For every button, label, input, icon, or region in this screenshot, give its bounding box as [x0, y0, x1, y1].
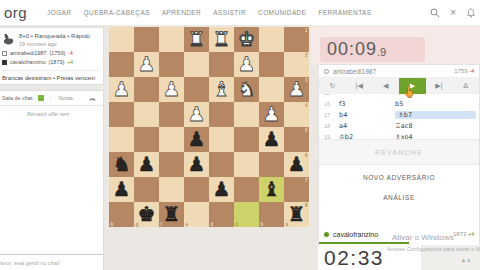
- square-f5[interactable]: [159, 127, 184, 152]
- time-control: 8+0 • Ranqueada • Rápido: [19, 33, 90, 39]
- new-opponent-button[interactable]: NOVO ADVERSÁRIO: [319, 174, 479, 181]
- rating-delta: -4: [68, 50, 72, 56]
- square-h1[interactable]: [109, 27, 134, 52]
- analysis-button[interactable]: ANÁLISE: [319, 194, 479, 201]
- square-a1[interactable]: 1: [284, 27, 309, 52]
- black-p-piece: ♟: [113, 177, 131, 202]
- move-list: 1516f3b517b4♗b718a4♖ac819♔b2♗xe4: [319, 94, 479, 139]
- top-player-delta: -4: [470, 68, 474, 74]
- black-p-piece: ♟: [188, 127, 206, 152]
- square-g6[interactable]: ♟: [134, 152, 159, 177]
- rank-label: 7: [305, 178, 308, 183]
- rank-label: 4: [305, 103, 308, 108]
- site-logo[interactable]: org: [4, 4, 27, 21]
- square-e1[interactable]: ♜: [184, 27, 209, 52]
- rank-label: 5: [305, 128, 308, 133]
- square-a8[interactable]: ♜8a: [284, 202, 309, 227]
- black-p-piece: ♟: [263, 127, 281, 152]
- move-row-18: 18a4♖ac8: [319, 120, 479, 131]
- square-e6[interactable]: ♟: [184, 152, 209, 177]
- chat-placeholder: Por favor, seja gentil no chat!: [0, 255, 103, 266]
- white-p-piece: ♟: [238, 52, 256, 77]
- square-g7[interactable]: [134, 177, 159, 202]
- black-p-piece: ♟: [138, 152, 156, 177]
- nav-item-3[interactable]: ASSISTIR: [213, 9, 246, 16]
- square-b3[interactable]: [259, 77, 284, 102]
- square-b7[interactable]: ♝: [259, 177, 284, 202]
- windows-watermark-line2: Acesse Configurações para ativar o Windo…: [387, 246, 480, 252]
- square-f2[interactable]: [159, 52, 184, 77]
- online-dot-icon: [324, 232, 329, 237]
- square-d5[interactable]: [209, 127, 234, 152]
- black-b-piece: ♝: [263, 177, 281, 202]
- square-f1[interactable]: [159, 27, 184, 52]
- nav-item-5[interactable]: FERRAMENTAS: [318, 9, 371, 16]
- white-p-piece: ♟: [163, 77, 181, 102]
- top-player-row[interactable]: amirabedi1987 1759 -4: [319, 65, 479, 78]
- game-result-text: Brancas desistiram • Pretas vencem: [2, 70, 100, 81]
- square-f7[interactable]: [159, 177, 184, 202]
- nav-item-4[interactable]: COMUNIDADE: [258, 9, 306, 16]
- square-c2[interactable]: ♟: [234, 52, 259, 77]
- black-p-piece: ♟: [288, 152, 306, 177]
- white-clock: 00:09 .9: [320, 37, 425, 62]
- square-c6[interactable]: [234, 152, 259, 177]
- square-d6[interactable]: [209, 152, 234, 177]
- cycle-icon[interactable]: ↻: [319, 78, 346, 94]
- rematch-button[interactable]: REVANCHE: [319, 139, 479, 165]
- white-circle-icon: [324, 69, 329, 74]
- square-f4[interactable]: [159, 102, 184, 127]
- square-c5[interactable]: [234, 127, 259, 152]
- tab-notes[interactable]: Notas: [50, 95, 81, 101]
- white-move[interactable]: f3: [339, 100, 395, 108]
- analysis-icon[interactable]: Δ: [452, 78, 479, 94]
- prev-move-icon[interactable]: ◀: [372, 78, 399, 94]
- white-p-piece: ♟: [188, 102, 206, 127]
- white-b-piece: ♝: [213, 77, 231, 102]
- square-a6[interactable]: ♟6: [284, 152, 309, 177]
- chat-tabs: Sala de chat Notas: [0, 91, 103, 106]
- file-label: g: [136, 222, 139, 227]
- square-h5[interactable]: [109, 127, 134, 152]
- square-d3[interactable]: ♝: [209, 77, 234, 102]
- square-g5[interactable]: [134, 127, 159, 152]
- nav-item-2[interactable]: APRENDER: [162, 9, 201, 16]
- square-e5[interactable]: ♟: [184, 127, 209, 152]
- white-move[interactable]: b4: [339, 111, 395, 119]
- file-label: b: [261, 222, 264, 227]
- move-number: 17: [319, 112, 339, 118]
- game-age: 19 minutes ago: [19, 41, 90, 47]
- square-c3[interactable]: ♞: [234, 77, 259, 102]
- white-color-icon: [2, 51, 7, 56]
- white-r-piece: ♜: [213, 27, 231, 52]
- square-e7[interactable]: [184, 177, 209, 202]
- square-c4[interactable]: [234, 102, 259, 127]
- square-h7[interactable]: ♟: [109, 177, 134, 202]
- black-move[interactable]: ♗b7: [395, 111, 476, 119]
- square-e2[interactable]: [184, 52, 209, 77]
- rank-label: 6: [305, 153, 308, 158]
- square-d2[interactable]: [209, 52, 234, 77]
- black-move[interactable]: ♖ac8: [395, 122, 473, 130]
- square-b5[interactable]: ♟: [259, 127, 284, 152]
- black-p-piece: ♟: [213, 177, 231, 202]
- square-c8[interactable]: c: [234, 202, 259, 227]
- close-icon[interactable]: ×: [450, 8, 456, 18]
- square-c7[interactable]: [234, 177, 259, 202]
- square-b6[interactable]: [259, 152, 284, 177]
- move-number: 19: [319, 134, 339, 140]
- square-h2[interactable]: [109, 52, 134, 77]
- chess-board: ♜♜♚1♟♟2♟♟♝♞♟3♟♟4♟♟5♞♟♟♟6♟♟♝7h♚g♜fedcb♜8a: [109, 27, 309, 227]
- nav-item-1[interactable]: QUEBRA-CABEÇAS: [84, 9, 150, 16]
- move-row-17: 17b4♗b7: [319, 109, 479, 120]
- move-number: 18: [319, 123, 339, 129]
- rapid-rabbit-icon: [2, 33, 15, 46]
- white-k-piece: ♚: [238, 27, 256, 52]
- white-n-piece: ♞: [238, 77, 256, 102]
- square-a2[interactable]: 2: [284, 52, 309, 77]
- white-player-line[interactable]: amirabedi1987 (1759) -4: [2, 50, 100, 56]
- game-panel: amirabedi1987 1759 -4 ↻|◀◀▶▶|Δ 1516f3b51…: [318, 64, 480, 254]
- square-e3[interactable]: [184, 77, 209, 102]
- square-d7[interactable]: ♟: [209, 177, 234, 202]
- square-b2[interactable]: [259, 52, 284, 77]
- square-f3[interactable]: ♟: [159, 77, 184, 102]
- square-g8[interactable]: ♚g: [134, 202, 159, 227]
- nav-menu: JOGARQUEBRA-CABEÇASAPRENDERASSISTIRCOMUN…: [47, 9, 371, 16]
- move-row-19: 19♔b2♗xe4: [319, 131, 479, 139]
- white-p-piece: ♟: [263, 102, 281, 127]
- black-player-line[interactable]: cavalofranzino (1873) +4: [2, 59, 100, 65]
- bottom-player-delta: +4: [468, 231, 474, 237]
- black-p-piece: ♟: [188, 152, 206, 177]
- square-e8[interactable]: e: [184, 202, 209, 227]
- first-move-icon[interactable]: |◀: [346, 78, 373, 94]
- square-b1[interactable]: [259, 27, 284, 52]
- black-move[interactable]: ♗xe4: [395, 133, 473, 140]
- bottom-player-rating: 1873: [453, 231, 466, 237]
- rank-label: 8: [305, 203, 308, 208]
- square-h4[interactable]: [109, 102, 134, 127]
- white-r-piece: ♜: [188, 27, 206, 52]
- bottom-player-name: cavalofranzino: [333, 231, 378, 238]
- square-g2[interactable]: ♟: [134, 52, 159, 77]
- square-f8[interactable]: ♜f: [159, 202, 184, 227]
- move-number: 16: [319, 101, 339, 107]
- rank-label: 1: [305, 28, 308, 33]
- move-row-16: 16f3b5: [319, 98, 479, 109]
- nav-icons: ×: [430, 8, 480, 18]
- rank-label: 2: [305, 53, 308, 58]
- windows-watermark-line1: Ativar o Windows: [392, 233, 454, 242]
- file-label: h: [111, 222, 114, 227]
- black-color-icon: [2, 60, 7, 65]
- search-icon[interactable]: [430, 8, 440, 18]
- file-label: a: [286, 222, 289, 227]
- black-n-piece: ♞: [113, 152, 131, 177]
- chat-card: Sala de chat Notas Rematch offer sent Po…: [0, 90, 104, 270]
- square-d4[interactable]: [209, 102, 234, 127]
- square-d1[interactable]: ♜: [209, 27, 234, 52]
- top-player-rating: 1759: [454, 68, 467, 74]
- rematch-status-message: Rematch offer sent: [0, 111, 103, 117]
- bell-icon[interactable]: [466, 8, 476, 18]
- square-b8[interactable]: b: [259, 202, 284, 227]
- square-d8[interactable]: d: [209, 202, 234, 227]
- square-b4[interactable]: ♟: [259, 102, 284, 127]
- corner-hint: ▲ a: [461, 257, 470, 263]
- phone-icon[interactable]: [88, 89, 103, 107]
- black-k-piece: ♚: [138, 202, 156, 227]
- file-label: d: [211, 222, 214, 227]
- square-f6[interactable]: [159, 152, 184, 177]
- black-move[interactable]: b5: [395, 100, 473, 108]
- white-move[interactable]: a4: [339, 122, 395, 130]
- square-a4[interactable]: 4: [284, 102, 309, 127]
- top-player-name: amirabedi1987: [333, 68, 376, 75]
- square-g1[interactable]: [134, 27, 159, 52]
- move-number: 15: [319, 94, 339, 96]
- square-a5[interactable]: 5: [284, 127, 309, 152]
- cursor-hand-icon: [403, 86, 414, 99]
- white-p-piece: ♟: [138, 52, 156, 77]
- square-g4[interactable]: [134, 102, 159, 127]
- file-label: c: [236, 222, 239, 227]
- game-info-card: 8+0 • Ranqueada • Rápido 19 minutes ago …: [0, 27, 104, 85]
- chat-presence-dot: [38, 95, 44, 101]
- time-progress-bar: [319, 242, 409, 244]
- file-label: e: [186, 222, 189, 227]
- black-r-piece: ♜: [163, 202, 181, 227]
- square-g3[interactable]: [134, 77, 159, 102]
- replay-controls: ↻|◀◀▶▶|Δ: [319, 78, 479, 94]
- rank-label: 3: [305, 78, 308, 83]
- white-p-piece: ♟: [288, 77, 306, 102]
- nav-item-0[interactable]: JOGAR: [47, 9, 71, 16]
- square-c1[interactable]: ♚: [234, 27, 259, 52]
- white-p-piece: ♟: [113, 77, 131, 102]
- rating-delta: +4: [67, 59, 73, 65]
- square-e4[interactable]: ♟: [184, 102, 209, 127]
- top-nav: org JOGARQUEBRA-CABEÇASAPRENDERASSISTIRC…: [0, 0, 480, 25]
- file-label: f: [161, 222, 163, 227]
- square-h6[interactable]: ♞: [109, 152, 134, 177]
- last-move-icon[interactable]: ▶|: [426, 78, 453, 94]
- square-h3[interactable]: ♟: [109, 77, 134, 102]
- square-a7[interactable]: 7: [284, 177, 309, 202]
- square-h8[interactable]: h: [109, 202, 134, 227]
- chat-input[interactable]: Por favor, seja gentil no chat!: [0, 254, 103, 270]
- tab-chat[interactable]: Sala de chat: [0, 95, 38, 101]
- black-r-piece: ♜: [288, 202, 306, 227]
- square-a3[interactable]: ♟3: [284, 77, 309, 102]
- white-move[interactable]: ♔b2: [339, 133, 395, 140]
